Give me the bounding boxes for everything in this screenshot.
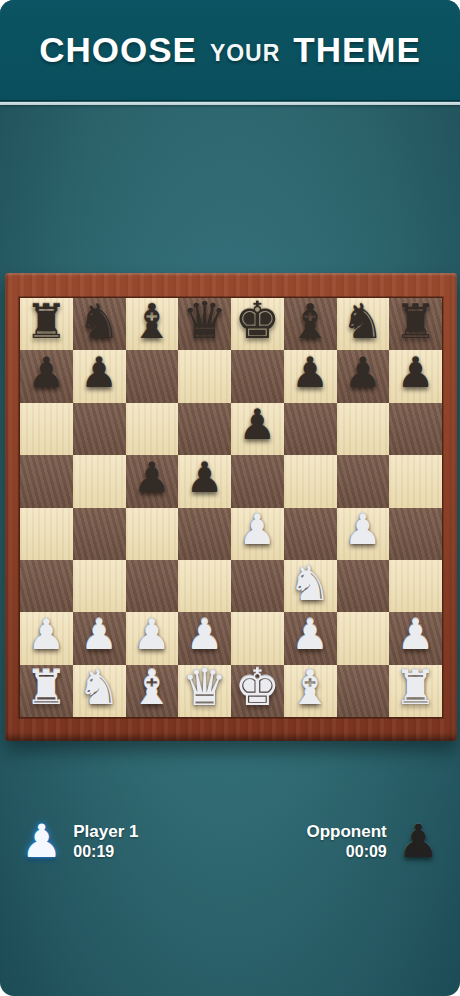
white-pawn-g4[interactable]: ♟ [344,509,382,551]
square-b6[interactable] [73,403,126,455]
square-f1[interactable]: ♝ [284,665,337,717]
square-d7[interactable] [178,350,231,402]
white-pawn-c2[interactable]: ♟ [133,614,171,656]
player-bar: ♟ Player 1 00:19 Opponent 00:09 ♟ [0,810,460,872]
square-d4[interactable] [178,508,231,560]
black-pawn-f7[interactable]: ♟ [291,352,329,394]
banner-word-theme: THEME [293,30,421,70]
square-b3[interactable] [73,560,126,612]
square-d3[interactable] [178,560,231,612]
app-screen: CHOOSE YOUR THEME ♜♞♝♛♚♝♞♜♟♟♟♟♟♟♟♟♟♟♞♟♟♟… [0,0,460,996]
white-queen-d1[interactable]: ♛ [182,662,228,713]
square-c4[interactable] [126,508,179,560]
square-a8[interactable]: ♜ [20,298,73,350]
white-bishop-c1[interactable]: ♝ [130,663,173,711]
square-b2[interactable]: ♟ [73,612,126,664]
square-c6[interactable] [126,403,179,455]
black-pawn-g7[interactable]: ♟ [344,352,382,394]
square-e4[interactable]: ♟ [231,508,284,560]
square-h1[interactable]: ♜ [389,665,442,717]
black-rook-a8[interactable]: ♜ [25,297,68,345]
square-g4[interactable]: ♟ [337,508,390,560]
square-f7[interactable]: ♟ [284,350,337,402]
square-d5[interactable]: ♟ [178,455,231,507]
banner-divider [0,102,460,105]
square-g8[interactable]: ♞ [337,298,390,350]
white-pawn-h2[interactable]: ♟ [397,614,435,656]
white-rook-h1[interactable]: ♜ [394,663,437,711]
square-d8[interactable]: ♛ [178,298,231,350]
player-1-clock: 00:19 [73,843,138,861]
square-c7[interactable] [126,350,179,402]
white-knight-b1[interactable]: ♞ [78,663,121,711]
white-pawn-a2[interactable]: ♟ [28,614,66,656]
black-pawn-c5[interactable]: ♟ [133,457,171,499]
player-1-panel: ♟ Player 1 00:19 [21,818,138,864]
square-e3[interactable] [231,560,284,612]
square-c3[interactable] [126,560,179,612]
square-h4[interactable] [389,508,442,560]
square-f3[interactable]: ♞ [284,560,337,612]
square-c8[interactable]: ♝ [126,298,179,350]
square-a6[interactable] [20,403,73,455]
square-g7[interactable]: ♟ [337,350,390,402]
chess-board[interactable]: ♜♞♝♛♚♝♞♜♟♟♟♟♟♟♟♟♟♟♞♟♟♟♟♟♟♜♞♝♛♚♝♜ [19,297,443,718]
black-pawn-a7[interactable]: ♟ [28,352,66,394]
square-a4[interactable] [20,508,73,560]
player-1-name: Player 1 [73,822,138,842]
black-queen-d8[interactable]: ♛ [182,295,228,346]
square-b1[interactable]: ♞ [73,665,126,717]
square-a1[interactable]: ♜ [20,665,73,717]
square-g5[interactable] [337,455,390,507]
square-g6[interactable] [337,403,390,455]
black-bishop-c8[interactable]: ♝ [130,297,173,345]
square-a5[interactable] [20,455,73,507]
square-e1[interactable]: ♚ [231,665,284,717]
white-pawn-d2[interactable]: ♟ [186,614,224,656]
square-h8[interactable]: ♜ [389,298,442,350]
square-h2[interactable]: ♟ [389,612,442,664]
square-c1[interactable]: ♝ [126,665,179,717]
black-knight-b8[interactable]: ♞ [78,297,121,345]
square-g1[interactable] [337,665,390,717]
square-g3[interactable] [337,560,390,612]
black-knight-g8[interactable]: ♞ [341,297,384,345]
square-b4[interactable] [73,508,126,560]
square-e2[interactable] [231,612,284,664]
black-pawn-badge-icon: ♟ [398,818,439,864]
white-pawn-f2[interactable]: ♟ [291,614,329,656]
opponent-name: Opponent [306,822,386,842]
opponent-panel: Opponent 00:09 ♟ [306,818,439,864]
black-rook-h8[interactable]: ♜ [394,297,437,345]
square-c5[interactable]: ♟ [126,455,179,507]
black-pawn-d5[interactable]: ♟ [186,457,224,499]
square-h5[interactable] [389,455,442,507]
white-pawn-badge-icon: ♟ [21,818,62,864]
square-d2[interactable]: ♟ [178,612,231,664]
black-bishop-f8[interactable]: ♝ [289,297,332,345]
square-a7[interactable]: ♟ [20,350,73,402]
square-c2[interactable]: ♟ [126,612,179,664]
square-f6[interactable] [284,403,337,455]
white-pawn-e4[interactable]: ♟ [239,509,277,551]
black-pawn-b7[interactable]: ♟ [80,352,118,394]
white-pawn-b2[interactable]: ♟ [80,614,118,656]
square-d6[interactable] [178,403,231,455]
square-e5[interactable] [231,455,284,507]
opponent-clock: 00:09 [346,843,387,861]
square-e7[interactable] [231,350,284,402]
square-g2[interactable] [337,612,390,664]
square-h7[interactable]: ♟ [389,350,442,402]
square-b5[interactable] [73,455,126,507]
white-rook-a1[interactable]: ♜ [25,663,68,711]
white-bishop-f1[interactable]: ♝ [289,663,332,711]
square-h6[interactable] [389,403,442,455]
chess-board-frame: ♜♞♝♛♚♝♞♜♟♟♟♟♟♟♟♟♟♟♞♟♟♟♟♟♟♜♞♝♛♚♝♜ [5,273,457,741]
black-pawn-e6[interactable]: ♟ [239,404,277,446]
square-d1[interactable]: ♛ [178,665,231,717]
square-a3[interactable] [20,560,73,612]
white-king-e1[interactable]: ♚ [235,662,281,713]
white-knight-f3[interactable]: ♞ [289,559,332,607]
square-b8[interactable]: ♞ [73,298,126,350]
square-e8[interactable]: ♚ [231,298,284,350]
square-f4[interactable] [284,508,337,560]
square-h3[interactable] [389,560,442,612]
square-f5[interactable] [284,455,337,507]
black-king-e8[interactable]: ♚ [235,295,281,346]
square-e6[interactable]: ♟ [231,403,284,455]
square-b7[interactable]: ♟ [73,350,126,402]
banner-word-your: YOUR [210,34,280,67]
square-a2[interactable]: ♟ [20,612,73,664]
square-f2[interactable]: ♟ [284,612,337,664]
square-f8[interactable]: ♝ [284,298,337,350]
theme-banner: CHOOSE YOUR THEME [0,0,460,101]
banner-word-choose: CHOOSE [39,30,197,70]
black-pawn-h7[interactable]: ♟ [397,352,435,394]
